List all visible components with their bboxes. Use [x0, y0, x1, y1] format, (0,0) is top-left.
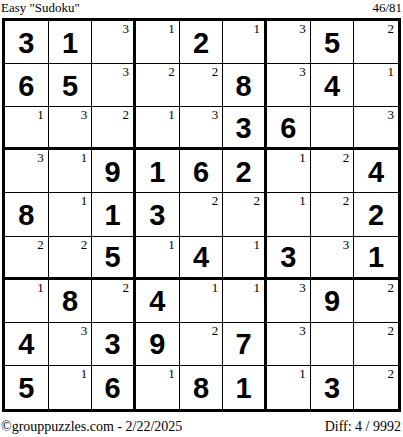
- cell-r1c6: 1: [223, 21, 267, 64]
- cell-r6c4: 1: [136, 237, 180, 280]
- cell-r9c2: 1: [49, 366, 93, 409]
- pencil-mark: 1: [254, 237, 261, 252]
- cell-r6c7: 3: [267, 237, 311, 280]
- cell-r2c5: 2: [180, 64, 224, 107]
- cell-r3c8: [311, 107, 355, 150]
- cell-r5c8: 2: [311, 193, 355, 236]
- digit: 3: [5, 21, 48, 63]
- pencil-mark: 1: [81, 150, 88, 165]
- cell-r3c7: 6: [267, 107, 311, 150]
- digit: 1: [136, 150, 179, 192]
- pencil-mark: 2: [37, 237, 44, 252]
- pencil-mark: 3: [212, 107, 219, 122]
- pencil-mark: 2: [388, 21, 395, 36]
- cell-r8c9: 2: [354, 323, 398, 366]
- cell-r9c9: 2: [354, 366, 398, 409]
- difficulty-label: Diff: 4 / 9992: [325, 419, 403, 435]
- cell-r1c7: 3: [267, 21, 311, 64]
- pencil-mark: 2: [123, 280, 130, 295]
- cell-r2c1: 6: [5, 64, 49, 107]
- cell-r3c2: 3: [49, 107, 93, 150]
- cell-r1c8: 5: [311, 21, 355, 64]
- pencil-mark: 2: [388, 323, 395, 338]
- cell-r6c9: 1: [354, 237, 398, 280]
- digit: 3: [136, 193, 179, 235]
- digit: 1: [49, 21, 92, 63]
- cell-r2c6: 8: [223, 64, 267, 107]
- cell-r1c9: 2: [354, 21, 398, 64]
- cell-r5c5: 2: [180, 193, 224, 236]
- cell-r7c2: 8: [49, 280, 93, 323]
- pencil-mark: 1: [254, 280, 261, 295]
- cell-r1c4: 1: [136, 21, 180, 64]
- cell-r7c1: 1: [5, 280, 49, 323]
- cell-r8c4: 9: [136, 323, 180, 366]
- pencil-mark: 3: [299, 280, 306, 295]
- pencil-mark: 2: [168, 64, 175, 79]
- digit: 9: [136, 323, 179, 365]
- pencil-mark: 1: [168, 366, 175, 381]
- pencil-mark: 1: [81, 366, 88, 381]
- cell-r5c3: 1: [92, 193, 136, 236]
- pencil-mark: 3: [388, 107, 395, 122]
- digit: 5: [49, 64, 92, 106]
- pencil-mark: 2: [343, 150, 350, 165]
- cell-r3c6: 3: [223, 107, 267, 150]
- pencil-mark: 2: [81, 237, 88, 252]
- digit: 3: [311, 366, 354, 409]
- cell-r1c3: 3: [92, 21, 136, 64]
- cell-r9c7: 1: [267, 366, 311, 409]
- cell-r4c5: 6: [180, 150, 224, 193]
- cell-r7c6: 1: [223, 280, 267, 323]
- digit: 5: [311, 21, 354, 63]
- pencil-mark: 3: [343, 237, 350, 252]
- cell-r4c4: 1: [136, 150, 180, 193]
- pencil-mark: 1: [81, 193, 88, 208]
- cell-r4c1: 3: [5, 150, 49, 193]
- digit: 1: [354, 237, 398, 277]
- cell-r7c7: 3: [267, 280, 311, 323]
- cell-r2c2: 5: [49, 64, 93, 107]
- cell-r2c9: 1: [354, 64, 398, 107]
- cell-r4c3: 9: [92, 150, 136, 193]
- cell-r5c9: 2: [354, 193, 398, 236]
- pencil-mark: 1: [299, 193, 306, 208]
- page-header: Easy "Sudoku" 46/81: [0, 0, 403, 17]
- pencil-mark: 3: [37, 150, 44, 165]
- digit: 1: [92, 193, 133, 235]
- cell-r6c6: 1: [223, 237, 267, 280]
- digit: 4: [180, 237, 223, 277]
- digit: 5: [5, 366, 48, 409]
- pencil-mark: 1: [212, 280, 219, 295]
- cell-r9c6: 1: [223, 366, 267, 409]
- digit: 2: [223, 150, 264, 192]
- progress-counter: 46/81: [372, 0, 403, 15]
- pencil-mark: 3: [299, 323, 306, 338]
- pencil-mark: 2: [123, 107, 130, 122]
- cell-r9c1: 5: [5, 366, 49, 409]
- digit: 9: [311, 280, 354, 322]
- digit: 5: [92, 237, 133, 277]
- cell-r4c7: 1: [267, 150, 311, 193]
- puzzle-title: Easy "Sudoku": [0, 0, 80, 15]
- cell-r3c3: 2: [92, 107, 136, 150]
- cell-r9c5: 8: [180, 366, 224, 409]
- cell-r7c3: 2: [92, 280, 136, 323]
- cell-r3c5: 3: [180, 107, 224, 150]
- cell-r5c7: 1: [267, 193, 311, 236]
- pencil-mark: 1: [168, 107, 175, 122]
- digit: 2: [354, 193, 398, 235]
- cell-r2c4: 2: [136, 64, 180, 107]
- digit: 8: [180, 366, 223, 409]
- pencil-mark: 2: [343, 193, 350, 208]
- cell-r6c8: 3: [311, 237, 355, 280]
- cell-r5c6: 2: [223, 193, 267, 236]
- cell-r1c2: 1: [49, 21, 93, 64]
- cell-r8c8: [311, 323, 355, 366]
- cell-r3c4: 1: [136, 107, 180, 150]
- digit: 6: [267, 107, 310, 147]
- pencil-mark: 1: [254, 21, 261, 36]
- cell-r5c2: 1: [49, 193, 93, 236]
- cell-r7c8: 9: [311, 280, 355, 323]
- cell-r1c5: 2: [180, 21, 224, 64]
- cell-r4c6: 2: [223, 150, 267, 193]
- digit: 8: [5, 193, 48, 235]
- copyright-date: ©grouppuzzles.com - 2/22/2025: [0, 419, 182, 435]
- cell-r8c2: 3: [49, 323, 93, 366]
- pencil-mark: 3: [123, 64, 130, 79]
- digit: 6: [92, 366, 133, 409]
- sudoku-board: 3131213526532283411321336331916212481132…: [2, 18, 401, 412]
- digit: 3: [223, 107, 264, 147]
- cell-r3c9: 3: [354, 107, 398, 150]
- pencil-mark: 1: [37, 280, 44, 295]
- pencil-mark: 3: [123, 21, 130, 36]
- pencil-mark: 1: [299, 150, 306, 165]
- cell-r9c3: 6: [92, 366, 136, 409]
- pencil-mark: 3: [81, 323, 88, 338]
- digit: 9: [92, 150, 133, 192]
- cell-r3c1: 1: [5, 107, 49, 150]
- cell-r8c1: 4: [5, 323, 49, 366]
- cell-r6c2: 2: [49, 237, 93, 280]
- cell-r2c7: 3: [267, 64, 311, 107]
- digit: 3: [92, 323, 133, 365]
- pencil-mark: 2: [212, 193, 219, 208]
- cell-r7c5: 1: [180, 280, 224, 323]
- digit: 6: [180, 150, 223, 192]
- cell-r6c5: 4: [180, 237, 224, 280]
- cell-r6c3: 5: [92, 237, 136, 280]
- pencil-mark: 1: [168, 21, 175, 36]
- pencil-mark: 2: [254, 193, 261, 208]
- pencil-mark: 2: [212, 64, 219, 79]
- cell-r5c4: 3: [136, 193, 180, 236]
- cell-r9c4: 1: [136, 366, 180, 409]
- cell-r2c3: 3: [92, 64, 136, 107]
- digit: 4: [311, 64, 354, 106]
- pencil-mark: 1: [168, 237, 175, 252]
- digit: 4: [354, 150, 398, 192]
- digit: 7: [223, 323, 264, 365]
- pencil-mark: 3: [81, 107, 88, 122]
- pencil-mark: 3: [299, 64, 306, 79]
- digit: 1: [223, 366, 264, 409]
- cell-r8c3: 3: [92, 323, 136, 366]
- cell-r6c1: 2: [5, 237, 49, 280]
- cell-r9c8: 3: [311, 366, 355, 409]
- pencil-mark: 2: [388, 366, 395, 381]
- digit: 8: [49, 280, 92, 322]
- digit: 4: [136, 280, 179, 322]
- pencil-mark: 1: [388, 64, 395, 79]
- cell-r1c1: 3: [5, 21, 49, 64]
- cell-r4c2: 1: [49, 150, 93, 193]
- cell-r7c4: 4: [136, 280, 180, 323]
- pencil-mark: 1: [299, 366, 306, 381]
- cell-r8c7: 3: [267, 323, 311, 366]
- page-footer: ©grouppuzzles.com - 2/22/2025 Diff: 4 / …: [0, 419, 403, 435]
- cell-r8c6: 7: [223, 323, 267, 366]
- digit: 2: [180, 21, 223, 63]
- digit: 4: [5, 323, 48, 365]
- pencil-mark: 2: [388, 280, 395, 295]
- digit: 6: [5, 64, 48, 106]
- pencil-mark: 3: [299, 21, 306, 36]
- cell-r5c1: 8: [5, 193, 49, 236]
- cell-r4c9: 4: [354, 150, 398, 193]
- pencil-mark: 1: [37, 107, 44, 122]
- puzzle-page: Easy "Sudoku" 46/81 31312135265322834113…: [0, 0, 403, 437]
- cell-r2c8: 4: [311, 64, 355, 107]
- digit: 3: [267, 237, 310, 277]
- pencil-mark: 2: [212, 323, 219, 338]
- cell-r8c5: 2: [180, 323, 224, 366]
- digit: 8: [223, 64, 264, 106]
- cell-r4c8: 2: [311, 150, 355, 193]
- cell-r7c9: 2: [354, 280, 398, 323]
